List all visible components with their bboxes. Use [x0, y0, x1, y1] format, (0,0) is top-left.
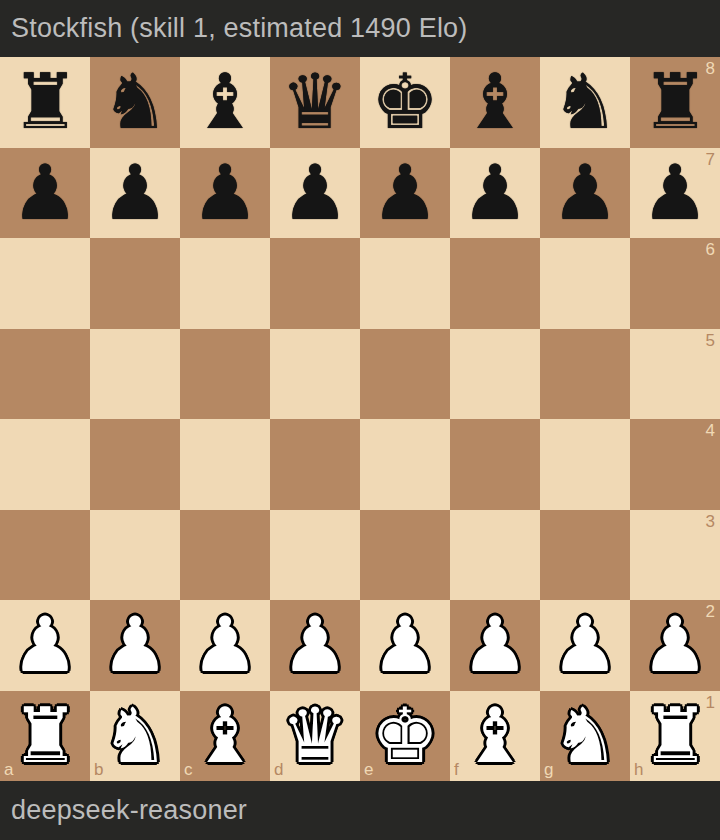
square-f2[interactable]: ♟ [450, 600, 540, 691]
square-b7[interactable]: ♟ [90, 148, 180, 239]
piece-black-knight: ♞ [90, 57, 180, 148]
square-e6[interactable] [360, 238, 450, 329]
piece-black-pawn: ♟ [270, 148, 360, 239]
rank-label-1: 1 [706, 693, 715, 713]
piece-black-pawn: ♟ [180, 148, 270, 239]
square-h6[interactable]: 6 [630, 238, 720, 329]
square-f6[interactable] [450, 238, 540, 329]
square-f5[interactable] [450, 329, 540, 420]
square-c1[interactable]: c♝ [180, 691, 270, 782]
square-a2[interactable]: ♟ [0, 600, 90, 691]
piece-white-queen: ♛ [270, 691, 360, 782]
square-e2[interactable]: ♟ [360, 600, 450, 691]
piece-white-knight: ♞ [90, 691, 180, 782]
player-bar: deepseek-reasoner [0, 781, 720, 840]
square-g3[interactable] [540, 510, 630, 601]
square-h2[interactable]: 2♟ [630, 600, 720, 691]
square-h3[interactable]: 3 [630, 510, 720, 601]
piece-black-pawn: ♟ [450, 148, 540, 239]
square-h8[interactable]: 8♜ [630, 57, 720, 148]
piece-white-king: ♚ [360, 691, 450, 782]
square-b5[interactable] [90, 329, 180, 420]
square-h5[interactable]: 5 [630, 329, 720, 420]
rank-label-4: 4 [706, 421, 715, 441]
piece-white-knight: ♞ [540, 691, 630, 782]
square-d6[interactable] [270, 238, 360, 329]
piece-black-bishop: ♝ [450, 57, 540, 148]
piece-white-bishop: ♝ [450, 691, 540, 782]
square-b2[interactable]: ♟ [90, 600, 180, 691]
square-b1[interactable]: b♞ [90, 691, 180, 782]
piece-white-rook: ♜ [0, 691, 90, 782]
chess-board: ♜♞♝♛♚♝♞8♜♟♟♟♟♟♟♟7♟6543♟♟♟♟♟♟♟2♟a♜b♞c♝d♛e… [0, 57, 720, 781]
square-d2[interactable]: ♟ [270, 600, 360, 691]
square-c4[interactable] [180, 419, 270, 510]
square-e7[interactable]: ♟ [360, 148, 450, 239]
file-label-b: b [94, 760, 103, 780]
square-b4[interactable] [90, 419, 180, 510]
square-b6[interactable] [90, 238, 180, 329]
square-d3[interactable] [270, 510, 360, 601]
rank-label-7: 7 [706, 150, 715, 170]
square-d7[interactable]: ♟ [270, 148, 360, 239]
opponent-name: Stockfish (skill 1, estimated 1490 Elo) [11, 13, 468, 44]
piece-black-knight: ♞ [540, 57, 630, 148]
square-g5[interactable] [540, 329, 630, 420]
file-label-c: c [184, 760, 193, 780]
square-e1[interactable]: e♚ [360, 691, 450, 782]
piece-black-rook: ♜ [0, 57, 90, 148]
piece-white-pawn: ♟ [0, 600, 90, 691]
square-f8[interactable]: ♝ [450, 57, 540, 148]
file-label-e: e [364, 760, 373, 780]
square-a6[interactable] [0, 238, 90, 329]
piece-black-pawn: ♟ [0, 148, 90, 239]
square-d5[interactable] [270, 329, 360, 420]
square-c3[interactable] [180, 510, 270, 601]
square-g6[interactable] [540, 238, 630, 329]
square-d1[interactable]: d♛ [270, 691, 360, 782]
piece-white-pawn: ♟ [180, 600, 270, 691]
square-h4[interactable]: 4 [630, 419, 720, 510]
piece-white-pawn: ♟ [540, 600, 630, 691]
square-e3[interactable] [360, 510, 450, 601]
square-e5[interactable] [360, 329, 450, 420]
file-label-d: d [274, 760, 283, 780]
rank-label-3: 3 [706, 512, 715, 532]
file-label-h: h [634, 760, 643, 780]
rank-label-5: 5 [706, 331, 715, 351]
file-label-g: g [544, 760, 553, 780]
square-a7[interactable]: ♟ [0, 148, 90, 239]
square-a8[interactable]: ♜ [0, 57, 90, 148]
file-label-f: f [454, 760, 459, 780]
piece-black-queen: ♛ [270, 57, 360, 148]
rank-label-8: 8 [706, 59, 715, 79]
piece-black-pawn: ♟ [540, 148, 630, 239]
file-label-a: a [4, 760, 13, 780]
square-c2[interactable]: ♟ [180, 600, 270, 691]
opponent-bar: Stockfish (skill 1, estimated 1490 Elo) [0, 0, 720, 57]
piece-black-king: ♚ [360, 57, 450, 148]
square-a1[interactable]: a♜ [0, 691, 90, 782]
rank-label-6: 6 [706, 240, 715, 260]
square-c8[interactable]: ♝ [180, 57, 270, 148]
square-h1[interactable]: 1h♜ [630, 691, 720, 782]
square-a5[interactable] [0, 329, 90, 420]
piece-black-pawn: ♟ [360, 148, 450, 239]
square-d4[interactable] [270, 419, 360, 510]
piece-white-pawn: ♟ [270, 600, 360, 691]
square-g2[interactable]: ♟ [540, 600, 630, 691]
rank-label-2: 2 [706, 602, 715, 622]
square-a3[interactable] [0, 510, 90, 601]
square-h7[interactable]: 7♟ [630, 148, 720, 239]
player-name: deepseek-reasoner [11, 795, 247, 826]
square-f1[interactable]: f♝ [450, 691, 540, 782]
piece-white-pawn: ♟ [450, 600, 540, 691]
square-c6[interactable] [180, 238, 270, 329]
square-f4[interactable] [450, 419, 540, 510]
square-e4[interactable] [360, 419, 450, 510]
square-e8[interactable]: ♚ [360, 57, 450, 148]
square-c5[interactable] [180, 329, 270, 420]
piece-black-bishop: ♝ [180, 57, 270, 148]
square-g8[interactable]: ♞ [540, 57, 630, 148]
square-c7[interactable]: ♟ [180, 148, 270, 239]
piece-white-bishop: ♝ [180, 691, 270, 782]
square-g1[interactable]: g♞ [540, 691, 630, 782]
square-f3[interactable] [450, 510, 540, 601]
square-b8[interactable]: ♞ [90, 57, 180, 148]
piece-black-pawn: ♟ [90, 148, 180, 239]
piece-white-pawn: ♟ [360, 600, 450, 691]
square-g7[interactable]: ♟ [540, 148, 630, 239]
square-g4[interactable] [540, 419, 630, 510]
square-d8[interactable]: ♛ [270, 57, 360, 148]
square-f7[interactable]: ♟ [450, 148, 540, 239]
square-b3[interactable] [90, 510, 180, 601]
piece-white-pawn: ♟ [90, 600, 180, 691]
square-a4[interactable] [0, 419, 90, 510]
